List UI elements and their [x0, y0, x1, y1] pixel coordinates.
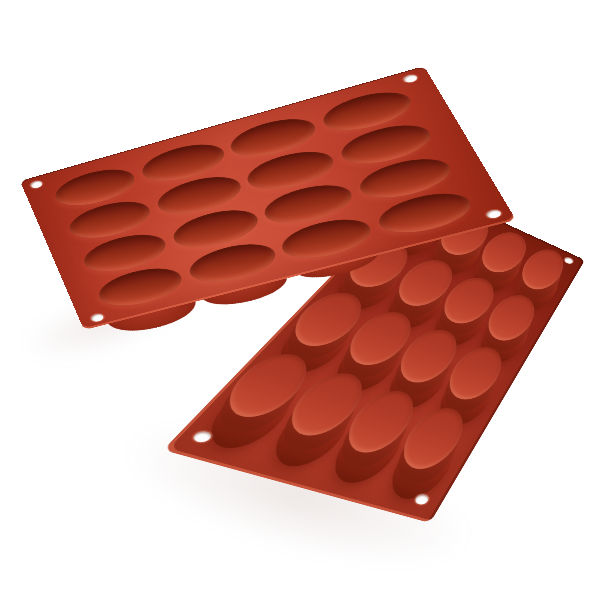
back-mold-cavity-grid [20, 66, 424, 181]
corner-hole [485, 209, 503, 220]
product-photo [0, 0, 600, 600]
corner-hole [563, 256, 574, 265]
corner-hole [29, 180, 43, 190]
corner-hole [402, 73, 419, 83]
corner-hole [90, 313, 105, 323]
